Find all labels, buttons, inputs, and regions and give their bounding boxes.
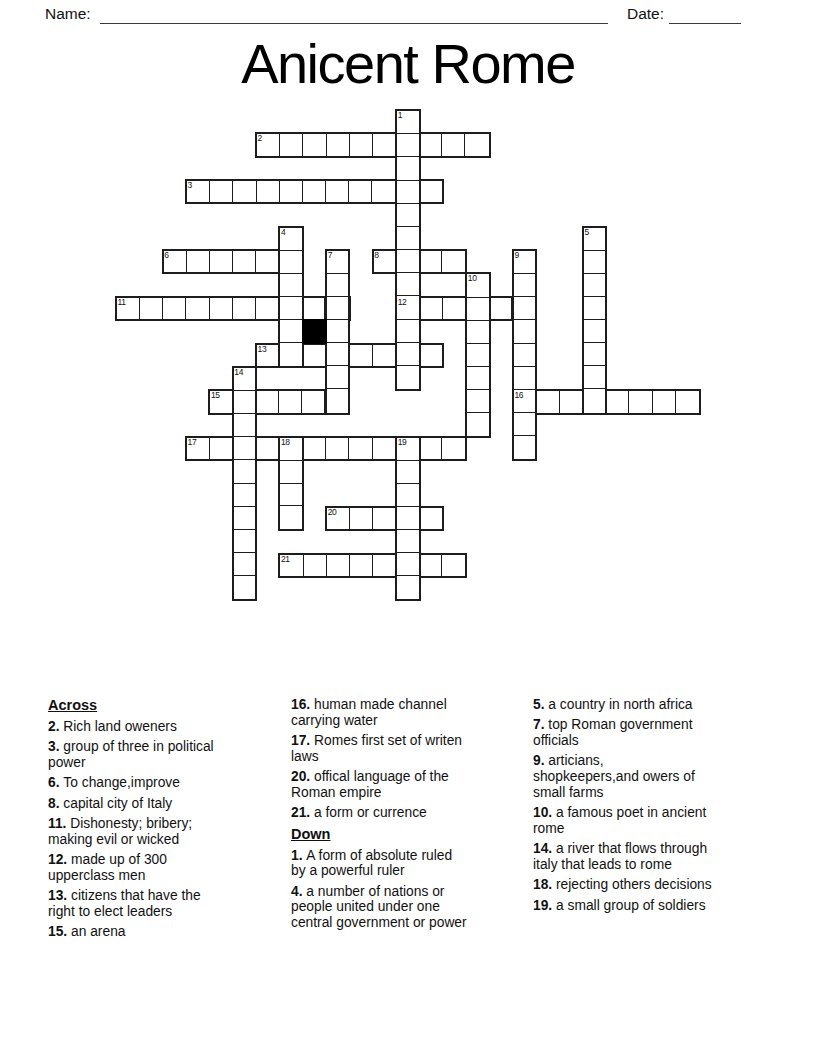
clue-text: human made channel carrying water — [291, 697, 447, 728]
grid-cell[interactable] — [419, 508, 442, 529]
clue-number-label: 8 — [374, 251, 378, 260]
grid-cell[interactable] — [606, 391, 629, 412]
grid-cell[interactable] — [584, 343, 605, 366]
clue-text: citizens that have the right to elect le… — [48, 888, 201, 919]
grid-cell[interactable] — [514, 274, 535, 297]
grid-cell[interactable] — [397, 227, 418, 250]
clue-number-label: 12 — [398, 298, 407, 307]
clue-text: a river that flows through italy that le… — [533, 841, 707, 872]
grid-cell[interactable] — [303, 134, 326, 155]
clue-down-9: 9. articians, shopkeepers,and owers of s… — [533, 753, 785, 800]
grid-cell[interactable] — [419, 555, 442, 576]
grid-cell[interactable] — [584, 274, 605, 297]
down-entry-4 — [278, 226, 303, 368]
grid-cell[interactable] — [280, 181, 303, 202]
grid-cell[interactable] — [373, 345, 396, 366]
grid-cell[interactable] — [280, 343, 301, 366]
grid-cell[interactable] — [256, 391, 279, 412]
grid-cell[interactable] — [467, 367, 488, 390]
grid-cell[interactable] — [467, 298, 488, 321]
clue-text: articians, shopkeepers,and owers of smal… — [533, 753, 695, 800]
clue-text: a form or currence — [314, 805, 427, 820]
grid-cell[interactable] — [234, 576, 255, 599]
grid-cell[interactable] — [280, 484, 301, 507]
clue-number-label: 18 — [281, 438, 290, 447]
grid-cell[interactable] — [327, 320, 348, 343]
clues-column-2: 16. human made channel carrying water17.… — [291, 697, 531, 936]
grid-cell[interactable] — [419, 345, 442, 366]
clue-down-19: 19. a small group of soldiers — [533, 898, 785, 914]
crossword-grid: 236811121315161720211457910141819 — [0, 0, 816, 640]
clue-number-label: 21 — [281, 555, 290, 564]
grid-cell[interactable] — [465, 134, 488, 155]
grid-cell[interactable] — [350, 555, 373, 576]
grid-cell[interactable] — [397, 134, 418, 157]
clue-number-label: 11 — [118, 298, 126, 307]
grid-cell[interactable] — [327, 555, 350, 576]
grid-cell[interactable] — [397, 273, 418, 296]
clue-across-20: 20. offical language of the Roman empire — [291, 769, 531, 801]
grid-cell[interactable] — [256, 251, 279, 272]
grid-cell[interactable] — [303, 345, 326, 366]
down-entry-7 — [325, 249, 350, 414]
clue-number: 5. — [533, 697, 548, 712]
grid-cell[interactable] — [327, 297, 348, 320]
clue-text: Rich land oweners — [63, 719, 177, 734]
grid-cell[interactable] — [280, 251, 301, 274]
clue-number-label: 1 — [398, 111, 402, 120]
clue-number: 18. — [533, 877, 556, 892]
clue-across-6: 6. To change,improve — [48, 775, 288, 791]
clue-text: Romes first set of writen laws — [291, 733, 462, 764]
grid-cell[interactable] — [234, 507, 255, 530]
clue-number: 13. — [48, 888, 71, 903]
grid-cell[interactable] — [419, 134, 442, 155]
grid-cell[interactable] — [467, 321, 488, 344]
grid-cell[interactable] — [327, 343, 348, 366]
clue-down-7: 7. top Roman government officials — [533, 717, 785, 749]
grid-cell[interactable] — [327, 366, 348, 389]
grid-cell[interactable] — [419, 438, 442, 459]
across-entry-21 — [278, 553, 467, 578]
grid-cell[interactable] — [629, 391, 652, 412]
clue-across-8: 8. capital city of Italy — [48, 796, 288, 812]
grid-cell[interactable] — [234, 530, 255, 553]
grid-cell[interactable] — [397, 530, 418, 553]
grid-cell[interactable] — [373, 508, 396, 529]
across-entry-20 — [325, 506, 444, 531]
clue-number-label: 9 — [514, 251, 518, 260]
clue-text: a famous poet in ancient rome — [533, 805, 706, 836]
grid-cell[interactable] — [443, 298, 466, 319]
clue-number-label: 20 — [328, 508, 337, 517]
grid-cell[interactable] — [397, 181, 418, 204]
grid-cell[interactable] — [537, 391, 560, 412]
clue-number-label: 5 — [585, 228, 589, 237]
clue-text: an arena — [71, 924, 125, 939]
grid-cell[interactable] — [256, 298, 279, 319]
clue-number-label: 4 — [281, 228, 285, 237]
grid-cell[interactable] — [349, 345, 372, 366]
clue-number: 19. — [533, 898, 556, 913]
grid-cell[interactable] — [676, 391, 699, 412]
down-entry-9 — [512, 249, 537, 461]
across-entry-17 — [185, 436, 467, 461]
grid-cell[interactable] — [514, 413, 535, 436]
clue-text: a small group of soldiers — [556, 898, 706, 913]
clue-number: 6. — [48, 775, 63, 790]
grid-cell[interactable] — [327, 134, 350, 155]
clue-text: offical language of the Roman empire — [291, 769, 449, 800]
grid-cell[interactable] — [514, 344, 535, 367]
grid-cell[interactable] — [257, 438, 280, 459]
clue-across-13: 13. citizens that have the right to elec… — [48, 888, 288, 920]
grid-cell[interactable] — [349, 181, 372, 202]
grid-cell[interactable] — [584, 389, 605, 412]
clue-text: Dishonesty; bribery; making evil or wick… — [48, 816, 192, 847]
grid-cell[interactable] — [489, 298, 512, 319]
clues-column-3: 5. a country in north africa7. top Roman… — [533, 697, 785, 918]
clue-number: 16. — [291, 697, 314, 712]
grid-cell[interactable] — [210, 438, 233, 459]
clue-down-10: 10. a famous poet in ancient rome — [533, 805, 785, 837]
grid-cell[interactable] — [350, 134, 373, 155]
grid-cell[interactable] — [140, 298, 163, 319]
grid-cell[interactable] — [397, 157, 418, 180]
clue-number: 20. — [291, 769, 314, 784]
grid-cell[interactable] — [397, 576, 418, 599]
down-entry-14 — [232, 366, 257, 602]
clue-number-label: 10 — [468, 274, 477, 283]
clue-number: 15. — [48, 924, 71, 939]
clue-text: a country in north africa — [548, 697, 692, 712]
grid-cell[interactable] — [514, 367, 535, 390]
clue-text: a number of nations or people united und… — [291, 884, 467, 931]
across-heading: Across — [48, 697, 288, 713]
clue-down-14: 14. a river that flows through italy tha… — [533, 841, 785, 873]
clue-text: A form of absolute ruled by a powerful r… — [291, 848, 452, 879]
clue-across-21: 21. a form or currence — [291, 805, 531, 821]
grid-cell[interactable] — [397, 484, 418, 507]
clue-number: 12. — [48, 852, 71, 867]
down-entry-1 — [395, 109, 420, 391]
clue-number: 8. — [48, 796, 63, 811]
grid-cell[interactable] — [280, 506, 301, 529]
down-heading: Down — [291, 826, 531, 842]
clue-number: 10. — [533, 805, 556, 820]
grid-cell[interactable] — [467, 344, 488, 367]
grid-cell[interactable] — [420, 298, 443, 319]
grid-cell[interactable] — [233, 181, 256, 202]
down-entry-19 — [395, 436, 420, 601]
grid-cell[interactable] — [442, 251, 465, 272]
across-entry-11 — [115, 296, 351, 321]
grid-cell[interactable] — [397, 507, 418, 530]
grid-cell[interactable] — [163, 298, 186, 319]
grid-cell[interactable] — [397, 320, 418, 343]
down-entry-18 — [278, 436, 303, 531]
clue-number: 11. — [48, 816, 70, 831]
clue-number: 17. — [291, 733, 314, 748]
clue-across-17: 17. Romes first set of writen laws — [291, 733, 531, 765]
across-entry-2 — [255, 132, 491, 157]
clue-number-label: 7 — [328, 251, 332, 260]
grid-cell[interactable] — [350, 508, 373, 529]
down-entry-10 — [465, 272, 490, 437]
grid-cell[interactable] — [397, 461, 418, 484]
clue-number-label: 19 — [398, 438, 407, 447]
grid-cell[interactable] — [373, 438, 396, 459]
clue-number-label: 2 — [258, 134, 262, 143]
grid-cell[interactable] — [279, 391, 302, 412]
clue-number: 3. — [48, 739, 63, 754]
grid-cell[interactable] — [467, 390, 488, 413]
clue-text: group of three in political power — [48, 739, 214, 770]
clue-across-12: 12. made up of 300 upperclass men — [48, 852, 288, 884]
grid-cell[interactable] — [397, 366, 418, 389]
grid-cell[interactable] — [560, 391, 583, 412]
grid-cell[interactable] — [234, 484, 255, 507]
grid-cell[interactable] — [420, 251, 443, 272]
worksheet-page: Name: Date: Anicent Rome 236811121315161… — [0, 0, 816, 1056]
grid-cell[interactable] — [397, 343, 418, 366]
clue-across-3: 3. group of three in political power — [48, 739, 288, 771]
grid-cell[interactable] — [257, 181, 280, 202]
clue-across-11: 11. Dishonesty; bribery; making evil or … — [48, 816, 288, 848]
grid-cell[interactable] — [234, 553, 255, 576]
clue-number: 7. — [533, 717, 548, 732]
grid-cell[interactable] — [326, 181, 349, 202]
clue-number: 1. — [291, 848, 306, 863]
grid-cell[interactable] — [187, 251, 210, 272]
clue-text: capital city of Italy — [63, 796, 172, 811]
grid-cell[interactable] — [186, 298, 209, 319]
clues-column-1: Across2. Rich land oweners3. group of th… — [48, 697, 288, 945]
grid-cell[interactable] — [280, 274, 301, 297]
grid-cell[interactable] — [397, 553, 418, 576]
clue-text: top Roman government officials — [533, 717, 693, 748]
blocked-cell — [302, 319, 327, 344]
grid-cell[interactable] — [514, 297, 535, 320]
grid-cell[interactable] — [326, 438, 349, 459]
grid-cell[interactable] — [327, 389, 348, 412]
grid-cell[interactable] — [210, 181, 233, 202]
grid-cell[interactable] — [210, 251, 233, 272]
clue-number-label: 15 — [211, 391, 220, 400]
grid-cell[interactable] — [467, 413, 488, 436]
grid-cell[interactable] — [442, 438, 465, 459]
grid-cell[interactable] — [349, 438, 372, 459]
grid-cell[interactable] — [419, 181, 442, 202]
grid-cell[interactable] — [514, 436, 535, 459]
grid-cell[interactable] — [442, 555, 465, 576]
grid-cell[interactable] — [303, 438, 326, 459]
grid-cell[interactable] — [233, 251, 256, 272]
grid-cell[interactable] — [584, 297, 605, 320]
grid-cell[interactable] — [584, 320, 605, 343]
grid-cell[interactable] — [327, 274, 348, 297]
grid-cell[interactable] — [280, 461, 301, 484]
clue-text: To change,improve — [63, 775, 180, 790]
clue-text: rejecting others decisions — [556, 877, 712, 892]
grid-cell[interactable] — [514, 320, 535, 343]
grid-cell[interactable] — [397, 204, 418, 227]
clue-number-label: 17 — [188, 438, 197, 447]
clue-number-label: 16 — [514, 391, 523, 400]
grid-cell[interactable] — [653, 391, 676, 412]
grid-cell[interactable] — [233, 298, 256, 319]
down-entry-5 — [582, 226, 607, 415]
grid-cell[interactable] — [442, 134, 465, 155]
clue-across-16: 16. human made channel carrying water — [291, 697, 531, 729]
clue-down-4: 4. a number of nations or people united … — [291, 884, 531, 931]
clue-down-18: 18. rejecting others decisions — [533, 877, 785, 893]
grid-cell[interactable] — [302, 298, 325, 319]
grid-cell[interactable] — [280, 320, 301, 343]
grid-cell[interactable] — [210, 298, 233, 319]
clue-number-label: 3 — [188, 181, 192, 190]
clue-number-label: 14 — [234, 368, 243, 377]
clue-down-1: 1. A form of absolute ruled by a powerfu… — [291, 848, 531, 880]
grid-cell[interactable] — [373, 555, 396, 576]
grid-cell[interactable] — [304, 555, 327, 576]
grid-cell[interactable] — [280, 134, 303, 155]
clue-number-label: 13 — [258, 345, 267, 354]
grid-cell[interactable] — [234, 391, 255, 414]
clue-number: 2. — [48, 719, 63, 734]
clue-number: 9. — [533, 753, 548, 768]
grid-cell[interactable] — [584, 366, 605, 389]
grid-cell[interactable] — [234, 414, 255, 437]
clue-number: 21. — [291, 805, 314, 820]
clue-down-5: 5. a country in north africa — [533, 697, 785, 713]
clue-number: 14. — [533, 841, 556, 856]
grid-cell[interactable] — [372, 181, 395, 202]
grid-cell[interactable] — [397, 250, 418, 273]
grid-cell[interactable] — [234, 437, 255, 460]
grid-cell[interactable] — [234, 460, 255, 483]
grid-cell[interactable] — [303, 181, 326, 202]
clue-number: 4. — [291, 884, 306, 899]
grid-cell[interactable] — [302, 391, 325, 412]
grid-cell[interactable] — [584, 251, 605, 274]
grid-cell[interactable] — [280, 297, 301, 320]
clue-number-label: 6 — [164, 251, 168, 260]
grid-cell[interactable] — [373, 134, 396, 155]
clue-across-15: 15. an arena — [48, 924, 288, 940]
clue-across-2: 2. Rich land oweners — [48, 719, 288, 735]
